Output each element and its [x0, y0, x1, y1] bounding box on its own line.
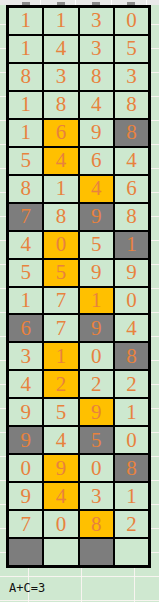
grid-cell-r19c4[interactable]: 2	[115, 511, 148, 537]
grid-cell-r1c2[interactable]: 1	[44, 8, 77, 34]
puzzle-board: 1130143583831848169854648146789840515599…	[6, 5, 151, 568]
clue-text: A+C=3	[9, 581, 45, 595]
grid-cell-r20c1[interactable]	[9, 539, 42, 565]
grid-cell-r20c3[interactable]	[80, 539, 113, 565]
grid-cell-r2c4[interactable]: 5	[115, 36, 148, 62]
grid-cell-r11c4[interactable]: 0	[115, 288, 148, 314]
grid-cell-r18c1[interactable]: 9	[9, 483, 42, 509]
grid-cell-r14c4[interactable]: 2	[115, 371, 148, 397]
grid-cell-r20c2[interactable]	[44, 539, 77, 565]
grid-cell-r11c1[interactable]: 1	[9, 288, 42, 314]
grid-cell-r7c4[interactable]: 6	[115, 176, 148, 202]
grid-cell-r13c3[interactable]: 0	[80, 343, 113, 369]
grid-cell-r11c3[interactable]: 1	[80, 288, 113, 314]
grid-cell-r9c4[interactable]: 1	[115, 232, 148, 258]
grid-cell-r12c4[interactable]: 4	[115, 315, 148, 341]
grid-cell-r6c2[interactable]: 4	[44, 148, 77, 174]
grid-cell-r16c1[interactable]: 9	[9, 427, 42, 453]
grid-cell-r18c2[interactable]: 4	[44, 483, 77, 509]
grid-cell-r8c3[interactable]: 9	[80, 204, 113, 230]
grid-cell-r18c3[interactable]: 3	[80, 483, 113, 509]
grid-cell-r19c2[interactable]: 0	[44, 511, 77, 537]
grid-cell-r17c1[interactable]: 0	[9, 455, 42, 481]
grid-cell-r1c3[interactable]: 3	[80, 8, 113, 34]
grid-cell-r19c1[interactable]: 7	[9, 511, 42, 537]
grid-cell-r17c4[interactable]: 8	[115, 455, 148, 481]
grid-cell-r15c1[interactable]: 9	[9, 399, 42, 425]
grid-cell-r12c2[interactable]: 7	[44, 315, 77, 341]
grid-cell-r8c4[interactable]: 8	[115, 204, 148, 230]
grid-cell-r11c2[interactable]: 7	[44, 288, 77, 314]
grid-cell-r4c1[interactable]: 1	[9, 92, 42, 118]
grid-cell-r6c4[interactable]: 4	[115, 148, 148, 174]
grid-cell-r13c4[interactable]: 8	[115, 343, 148, 369]
grid-cell-r2c3[interactable]: 3	[80, 36, 113, 62]
grid-cell-r4c4[interactable]: 8	[115, 92, 148, 118]
grid-cell-r1c4[interactable]: 0	[115, 8, 148, 34]
grid-cell-r9c3[interactable]: 5	[80, 232, 113, 258]
grid-cell-r5c3[interactable]: 9	[80, 120, 113, 146]
grid-cell-r20c4[interactable]	[115, 539, 148, 565]
grid-cell-r16c4[interactable]: 0	[115, 427, 148, 453]
grid-cell-r7c1[interactable]: 8	[9, 176, 42, 202]
grid-cell-r16c3[interactable]: 5	[80, 427, 113, 453]
grid-cell-r5c2[interactable]: 6	[44, 120, 77, 146]
grid-cell-r8c2[interactable]: 8	[44, 204, 77, 230]
grid-cell-r8c1[interactable]: 7	[9, 204, 42, 230]
grid-cell-r12c3[interactable]: 9	[80, 315, 113, 341]
grid-cell-r18c4[interactable]: 1	[115, 483, 148, 509]
grid-cell-r2c2[interactable]: 4	[44, 36, 77, 62]
grid-cell-r15c2[interactable]: 5	[44, 399, 77, 425]
grid-cell-r5c1[interactable]: 1	[9, 120, 42, 146]
grid-cell-r14c3[interactable]: 2	[80, 371, 113, 397]
grid-cell-r10c3[interactable]: 9	[80, 260, 113, 286]
grid-cell-r7c3[interactable]: 4	[80, 176, 113, 202]
grid-cell-r12c1[interactable]: 6	[9, 315, 42, 341]
grid-cell-r5c4[interactable]: 8	[115, 120, 148, 146]
grid-cell-r10c2[interactable]: 5	[44, 260, 77, 286]
grid-cell-r14c2[interactable]: 2	[44, 371, 77, 397]
grid-cell-r15c3[interactable]: 9	[80, 399, 113, 425]
grid-cell-r1c1[interactable]: 1	[9, 8, 42, 34]
grid-cell-r4c3[interactable]: 4	[80, 92, 113, 118]
grid-cell-r16c2[interactable]: 4	[44, 427, 77, 453]
grid-cell-r4c2[interactable]: 8	[44, 92, 77, 118]
grid-cell-r14c1[interactable]: 4	[9, 371, 42, 397]
grid-cell-r10c1[interactable]: 5	[9, 260, 42, 286]
grid-cell-r17c2[interactable]: 9	[44, 455, 77, 481]
grid-cell-r10c4[interactable]: 9	[115, 260, 148, 286]
grid-cell-r6c1[interactable]: 5	[9, 148, 42, 174]
grid-cell-r13c1[interactable]: 3	[9, 343, 42, 369]
grid-cell-r9c2[interactable]: 0	[44, 232, 77, 258]
grid-cell-r7c2[interactable]: 1	[44, 176, 77, 202]
grid-cell-r9c1[interactable]: 4	[9, 232, 42, 258]
grid-cell-r17c3[interactable]: 0	[80, 455, 113, 481]
grid-cell-r3c3[interactable]: 8	[80, 64, 113, 90]
grid-cell-r3c1[interactable]: 8	[9, 64, 42, 90]
grid-cell-r15c4[interactable]: 1	[115, 399, 148, 425]
grid-cell-r19c3[interactable]: 8	[80, 511, 113, 537]
grid-cell-r3c2[interactable]: 3	[44, 64, 77, 90]
grid-cell-r2c1[interactable]: 1	[9, 36, 42, 62]
grid-cell-r3c4[interactable]: 3	[115, 64, 148, 90]
grid-cell-r6c3[interactable]: 6	[80, 148, 113, 174]
grid-cell-r13c2[interactable]: 1	[44, 343, 77, 369]
